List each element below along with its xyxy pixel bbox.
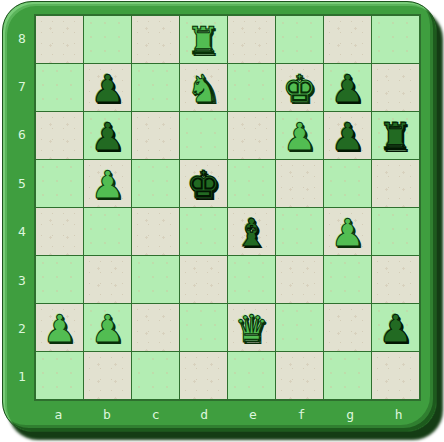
black-pawn[interactable]: ♟ xyxy=(90,115,124,159)
black-bishop[interactable]: ♝ xyxy=(234,211,268,255)
rank-label-1: 1 xyxy=(10,353,34,401)
square-d1[interactable] xyxy=(180,352,227,399)
square-e6[interactable] xyxy=(228,112,275,159)
white-pawn[interactable]: ♟ xyxy=(90,307,124,351)
board-frame: 87654321 ♜♟♞♚♟♟♟♟♜♟♚♝♟♟♟♛♟ abcdefgh xyxy=(2,1,437,432)
file-label-g: g xyxy=(326,402,375,427)
square-c6[interactable] xyxy=(132,112,179,159)
square-f2[interactable] xyxy=(276,304,323,351)
square-c5[interactable] xyxy=(132,160,179,207)
square-g1[interactable] xyxy=(324,352,371,399)
square-a7[interactable] xyxy=(36,64,83,111)
square-h2[interactable]: ♟ xyxy=(372,304,419,351)
square-c3[interactable] xyxy=(132,256,179,303)
square-f8[interactable] xyxy=(276,16,323,63)
black-rook[interactable]: ♜ xyxy=(378,115,412,159)
square-a2[interactable]: ♟ xyxy=(36,304,83,351)
square-g6[interactable]: ♟ xyxy=(324,112,371,159)
square-c8[interactable] xyxy=(132,16,179,63)
square-c7[interactable] xyxy=(132,64,179,111)
rank-label-2: 2 xyxy=(10,304,34,352)
square-b8[interactable] xyxy=(84,16,131,63)
square-h5[interactable] xyxy=(372,160,419,207)
square-g8[interactable] xyxy=(324,16,371,63)
square-f7[interactable]: ♚ xyxy=(276,64,323,111)
square-a5[interactable] xyxy=(36,160,83,207)
square-b6[interactable]: ♟ xyxy=(84,112,131,159)
square-b4[interactable] xyxy=(84,208,131,255)
rank-label-8: 8 xyxy=(10,14,34,62)
square-d8[interactable]: ♜ xyxy=(180,16,227,63)
square-e1[interactable] xyxy=(228,352,275,399)
rank-labels: 87654321 xyxy=(10,14,34,401)
file-label-e: e xyxy=(229,402,278,427)
square-d6[interactable] xyxy=(180,112,227,159)
square-a3[interactable] xyxy=(36,256,83,303)
square-a8[interactable] xyxy=(36,16,83,63)
square-b1[interactable] xyxy=(84,352,131,399)
square-e8[interactable] xyxy=(228,16,275,63)
rank-label-6: 6 xyxy=(10,111,34,159)
square-d4[interactable] xyxy=(180,208,227,255)
square-g5[interactable] xyxy=(324,160,371,207)
square-a6[interactable] xyxy=(36,112,83,159)
square-d2[interactable] xyxy=(180,304,227,351)
square-f3[interactable] xyxy=(276,256,323,303)
file-label-d: d xyxy=(180,402,229,427)
square-d7[interactable]: ♞ xyxy=(180,64,227,111)
file-label-c: c xyxy=(131,402,180,427)
square-g3[interactable] xyxy=(324,256,371,303)
file-label-b: b xyxy=(83,402,132,427)
square-c1[interactable] xyxy=(132,352,179,399)
square-f4[interactable] xyxy=(276,208,323,255)
square-f1[interactable] xyxy=(276,352,323,399)
file-label-h: h xyxy=(374,402,423,427)
file-labels: abcdefgh xyxy=(34,402,423,427)
square-d3[interactable] xyxy=(180,256,227,303)
white-pawn[interactable]: ♟ xyxy=(282,115,316,159)
square-e3[interactable] xyxy=(228,256,275,303)
square-h7[interactable] xyxy=(372,64,419,111)
square-f6[interactable]: ♟ xyxy=(276,112,323,159)
white-pawn[interactable]: ♟ xyxy=(90,163,124,207)
white-king[interactable]: ♚ xyxy=(282,67,316,111)
square-b3[interactable] xyxy=(84,256,131,303)
square-h8[interactable] xyxy=(372,16,419,63)
square-h1[interactable] xyxy=(372,352,419,399)
white-pawn[interactable]: ♟ xyxy=(42,307,76,351)
square-h6[interactable]: ♜ xyxy=(372,112,419,159)
rank-label-4: 4 xyxy=(10,208,34,256)
square-e5[interactable] xyxy=(228,160,275,207)
square-e7[interactable] xyxy=(228,64,275,111)
white-rook[interactable]: ♜ xyxy=(186,19,220,63)
square-c2[interactable] xyxy=(132,304,179,351)
square-g4[interactable]: ♟ xyxy=(324,208,371,255)
square-a4[interactable] xyxy=(36,208,83,255)
chess-board[interactable]: ♜♟♞♚♟♟♟♟♜♟♚♝♟♟♟♛♟ xyxy=(34,14,421,401)
square-h3[interactable] xyxy=(372,256,419,303)
white-queen[interactable]: ♛ xyxy=(234,307,268,351)
square-g7[interactable]: ♟ xyxy=(324,64,371,111)
square-b7[interactable]: ♟ xyxy=(84,64,131,111)
square-b2[interactable]: ♟ xyxy=(84,304,131,351)
square-b5[interactable]: ♟ xyxy=(84,160,131,207)
square-g2[interactable] xyxy=(324,304,371,351)
black-pawn[interactable]: ♟ xyxy=(330,67,364,111)
file-label-a: a xyxy=(34,402,83,427)
rank-label-3: 3 xyxy=(10,256,34,304)
file-label-f: f xyxy=(277,402,326,427)
square-d5[interactable]: ♚ xyxy=(180,160,227,207)
black-pawn[interactable]: ♟ xyxy=(378,307,412,351)
black-pawn[interactable]: ♟ xyxy=(90,67,124,111)
white-knight[interactable]: ♞ xyxy=(186,67,220,111)
square-c4[interactable] xyxy=(132,208,179,255)
square-a1[interactable] xyxy=(36,352,83,399)
square-e2[interactable]: ♛ xyxy=(228,304,275,351)
black-pawn[interactable]: ♟ xyxy=(330,115,364,159)
rank-label-7: 7 xyxy=(10,62,34,110)
square-h4[interactable] xyxy=(372,208,419,255)
black-king[interactable]: ♚ xyxy=(186,163,220,207)
white-pawn[interactable]: ♟ xyxy=(330,211,364,255)
square-f5[interactable] xyxy=(276,160,323,207)
rank-label-5: 5 xyxy=(10,159,34,207)
square-e4[interactable]: ♝ xyxy=(228,208,275,255)
